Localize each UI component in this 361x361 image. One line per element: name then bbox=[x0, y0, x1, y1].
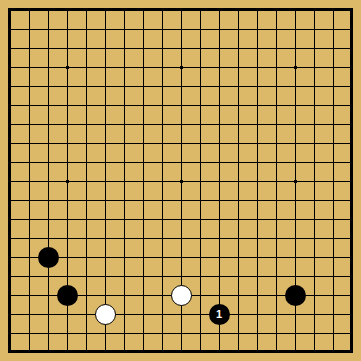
intersection-N12[interactable] bbox=[229, 134, 248, 153]
intersection-D3[interactable] bbox=[58, 305, 77, 324]
intersection-E1[interactable] bbox=[77, 343, 96, 361]
intersection-E8[interactable] bbox=[77, 210, 96, 229]
intersection-G17[interactable] bbox=[115, 39, 134, 58]
intersection-J9[interactable] bbox=[153, 191, 172, 210]
intersection-D17[interactable] bbox=[58, 39, 77, 58]
intersection-P18[interactable] bbox=[267, 20, 286, 39]
intersection-D19[interactable] bbox=[58, 1, 77, 20]
intersection-Q8[interactable] bbox=[286, 210, 305, 229]
intersection-C14[interactable] bbox=[39, 96, 58, 115]
intersection-J12[interactable] bbox=[153, 134, 172, 153]
intersection-S7[interactable] bbox=[324, 229, 343, 248]
intersection-C16[interactable] bbox=[39, 58, 58, 77]
intersection-Q15[interactable] bbox=[286, 77, 305, 96]
intersection-P16[interactable] bbox=[267, 58, 286, 77]
intersection-H13[interactable] bbox=[134, 115, 153, 134]
intersection-O3[interactable] bbox=[248, 305, 267, 324]
intersection-R2[interactable] bbox=[305, 324, 324, 343]
intersection-Q11[interactable] bbox=[286, 153, 305, 172]
intersection-C1[interactable] bbox=[39, 343, 58, 361]
intersection-B16[interactable] bbox=[20, 58, 39, 77]
intersection-E16[interactable] bbox=[77, 58, 96, 77]
intersection-D7[interactable] bbox=[58, 229, 77, 248]
intersection-N8[interactable] bbox=[229, 210, 248, 229]
intersection-A5[interactable] bbox=[1, 267, 20, 286]
intersection-G18[interactable] bbox=[115, 20, 134, 39]
intersection-S17[interactable] bbox=[324, 39, 343, 58]
intersection-B2[interactable] bbox=[20, 324, 39, 343]
intersection-B12[interactable] bbox=[20, 134, 39, 153]
intersection-K11[interactable] bbox=[172, 153, 191, 172]
intersection-K12[interactable] bbox=[172, 134, 191, 153]
intersection-L4[interactable] bbox=[191, 286, 210, 305]
intersection-F2[interactable] bbox=[96, 324, 115, 343]
intersection-L12[interactable] bbox=[191, 134, 210, 153]
intersection-E13[interactable] bbox=[77, 115, 96, 134]
intersection-Q10[interactable] bbox=[286, 172, 305, 191]
intersection-N14[interactable] bbox=[229, 96, 248, 115]
intersection-H15[interactable] bbox=[134, 77, 153, 96]
intersection-S5[interactable] bbox=[324, 267, 343, 286]
intersection-K14[interactable] bbox=[172, 96, 191, 115]
intersection-O8[interactable] bbox=[248, 210, 267, 229]
intersection-E11[interactable] bbox=[77, 153, 96, 172]
intersection-N4[interactable] bbox=[229, 286, 248, 305]
intersection-A11[interactable] bbox=[1, 153, 20, 172]
intersection-Q14[interactable] bbox=[286, 96, 305, 115]
intersection-N11[interactable] bbox=[229, 153, 248, 172]
intersection-J3[interactable] bbox=[153, 305, 172, 324]
intersection-O12[interactable] bbox=[248, 134, 267, 153]
intersection-N1[interactable] bbox=[229, 343, 248, 361]
intersection-S11[interactable] bbox=[324, 153, 343, 172]
intersection-F17[interactable] bbox=[96, 39, 115, 58]
intersection-L15[interactable] bbox=[191, 77, 210, 96]
intersection-H3[interactable] bbox=[134, 305, 153, 324]
intersection-E2[interactable] bbox=[77, 324, 96, 343]
intersection-N16[interactable] bbox=[229, 58, 248, 77]
intersection-P7[interactable] bbox=[267, 229, 286, 248]
intersection-E7[interactable] bbox=[77, 229, 96, 248]
intersection-R17[interactable] bbox=[305, 39, 324, 58]
intersection-O11[interactable] bbox=[248, 153, 267, 172]
intersection-J10[interactable] bbox=[153, 172, 172, 191]
intersection-G16[interactable] bbox=[115, 58, 134, 77]
intersection-K2[interactable] bbox=[172, 324, 191, 343]
intersection-T19[interactable] bbox=[343, 1, 361, 20]
intersection-C3[interactable] bbox=[39, 305, 58, 324]
intersection-J18[interactable] bbox=[153, 20, 172, 39]
intersection-A2[interactable] bbox=[1, 324, 20, 343]
intersection-P3[interactable] bbox=[267, 305, 286, 324]
intersection-E4[interactable] bbox=[77, 286, 96, 305]
intersection-R10[interactable] bbox=[305, 172, 324, 191]
intersection-R18[interactable] bbox=[305, 20, 324, 39]
intersection-O2[interactable] bbox=[248, 324, 267, 343]
intersection-Q18[interactable] bbox=[286, 20, 305, 39]
intersection-D13[interactable] bbox=[58, 115, 77, 134]
intersection-L3[interactable] bbox=[191, 305, 210, 324]
intersection-O6[interactable] bbox=[248, 248, 267, 267]
intersection-T17[interactable] bbox=[343, 39, 361, 58]
intersection-K19[interactable] bbox=[172, 1, 191, 20]
intersection-K10[interactable] bbox=[172, 172, 191, 191]
intersection-J19[interactable] bbox=[153, 1, 172, 20]
intersection-M6[interactable] bbox=[210, 248, 229, 267]
intersection-R13[interactable] bbox=[305, 115, 324, 134]
intersection-O14[interactable] bbox=[248, 96, 267, 115]
intersection-D5[interactable] bbox=[58, 267, 77, 286]
intersection-M4[interactable] bbox=[210, 286, 229, 305]
intersection-M7[interactable] bbox=[210, 229, 229, 248]
intersection-D4[interactable] bbox=[58, 286, 77, 305]
intersection-T13[interactable] bbox=[343, 115, 361, 134]
intersection-P15[interactable] bbox=[267, 77, 286, 96]
intersection-R4[interactable] bbox=[305, 286, 324, 305]
intersection-C5[interactable] bbox=[39, 267, 58, 286]
intersection-S4[interactable] bbox=[324, 286, 343, 305]
intersection-P2[interactable] bbox=[267, 324, 286, 343]
intersection-M5[interactable] bbox=[210, 267, 229, 286]
intersection-S6[interactable] bbox=[324, 248, 343, 267]
intersection-F16[interactable] bbox=[96, 58, 115, 77]
intersection-A3[interactable] bbox=[1, 305, 20, 324]
intersection-B3[interactable] bbox=[20, 305, 39, 324]
intersection-D12[interactable] bbox=[58, 134, 77, 153]
intersection-J16[interactable] bbox=[153, 58, 172, 77]
intersection-N2[interactable] bbox=[229, 324, 248, 343]
intersection-D11[interactable] bbox=[58, 153, 77, 172]
intersection-G3[interactable] bbox=[115, 305, 134, 324]
intersection-F12[interactable] bbox=[96, 134, 115, 153]
intersection-E10[interactable] bbox=[77, 172, 96, 191]
intersection-B14[interactable] bbox=[20, 96, 39, 115]
intersection-H7[interactable] bbox=[134, 229, 153, 248]
intersection-M17[interactable] bbox=[210, 39, 229, 58]
intersection-O4[interactable] bbox=[248, 286, 267, 305]
intersection-Q3[interactable] bbox=[286, 305, 305, 324]
white-stone-K4[interactable] bbox=[171, 285, 192, 306]
intersection-F6[interactable] bbox=[96, 248, 115, 267]
intersection-C15[interactable] bbox=[39, 77, 58, 96]
intersection-F10[interactable] bbox=[96, 172, 115, 191]
intersection-C2[interactable] bbox=[39, 324, 58, 343]
intersection-Q12[interactable] bbox=[286, 134, 305, 153]
intersection-H1[interactable] bbox=[134, 343, 153, 361]
intersection-H8[interactable] bbox=[134, 210, 153, 229]
intersection-G15[interactable] bbox=[115, 77, 134, 96]
intersection-K4[interactable] bbox=[172, 286, 191, 305]
intersection-D15[interactable] bbox=[58, 77, 77, 96]
black-stone-M3[interactable]: 1 bbox=[209, 304, 230, 325]
intersection-L10[interactable] bbox=[191, 172, 210, 191]
intersection-G9[interactable] bbox=[115, 191, 134, 210]
intersection-A4[interactable] bbox=[1, 286, 20, 305]
intersection-P1[interactable] bbox=[267, 343, 286, 361]
intersection-E17[interactable] bbox=[77, 39, 96, 58]
intersection-E19[interactable] bbox=[77, 1, 96, 20]
intersection-F4[interactable] bbox=[96, 286, 115, 305]
intersection-T9[interactable] bbox=[343, 191, 361, 210]
intersection-A13[interactable] bbox=[1, 115, 20, 134]
intersection-J1[interactable] bbox=[153, 343, 172, 361]
intersection-F15[interactable] bbox=[96, 77, 115, 96]
intersection-Q16[interactable] bbox=[286, 58, 305, 77]
intersection-L7[interactable] bbox=[191, 229, 210, 248]
intersection-E3[interactable] bbox=[77, 305, 96, 324]
intersection-T6[interactable] bbox=[343, 248, 361, 267]
intersection-H14[interactable] bbox=[134, 96, 153, 115]
intersection-B5[interactable] bbox=[20, 267, 39, 286]
intersection-O5[interactable] bbox=[248, 267, 267, 286]
intersection-M19[interactable] bbox=[210, 1, 229, 20]
intersection-B1[interactable] bbox=[20, 343, 39, 361]
intersection-S15[interactable] bbox=[324, 77, 343, 96]
intersection-F19[interactable] bbox=[96, 1, 115, 20]
intersection-C11[interactable] bbox=[39, 153, 58, 172]
intersection-M16[interactable] bbox=[210, 58, 229, 77]
intersection-G1[interactable] bbox=[115, 343, 134, 361]
intersection-D14[interactable] bbox=[58, 96, 77, 115]
intersection-H2[interactable] bbox=[134, 324, 153, 343]
intersection-G6[interactable] bbox=[115, 248, 134, 267]
intersection-J15[interactable] bbox=[153, 77, 172, 96]
intersection-H16[interactable] bbox=[134, 58, 153, 77]
intersection-T10[interactable] bbox=[343, 172, 361, 191]
intersection-B8[interactable] bbox=[20, 210, 39, 229]
intersection-R11[interactable] bbox=[305, 153, 324, 172]
intersection-O7[interactable] bbox=[248, 229, 267, 248]
intersection-B17[interactable] bbox=[20, 39, 39, 58]
intersection-L8[interactable] bbox=[191, 210, 210, 229]
intersection-P10[interactable] bbox=[267, 172, 286, 191]
intersection-G13[interactable] bbox=[115, 115, 134, 134]
intersection-K9[interactable] bbox=[172, 191, 191, 210]
intersection-K7[interactable] bbox=[172, 229, 191, 248]
intersection-C4[interactable] bbox=[39, 286, 58, 305]
intersection-A6[interactable] bbox=[1, 248, 20, 267]
intersection-R3[interactable] bbox=[305, 305, 324, 324]
intersection-Q13[interactable] bbox=[286, 115, 305, 134]
intersection-R12[interactable] bbox=[305, 134, 324, 153]
intersection-P4[interactable] bbox=[267, 286, 286, 305]
intersection-J14[interactable] bbox=[153, 96, 172, 115]
intersection-K17[interactable] bbox=[172, 39, 191, 58]
intersection-D2[interactable] bbox=[58, 324, 77, 343]
intersection-G2[interactable] bbox=[115, 324, 134, 343]
intersection-J13[interactable] bbox=[153, 115, 172, 134]
intersection-L14[interactable] bbox=[191, 96, 210, 115]
intersection-L11[interactable] bbox=[191, 153, 210, 172]
intersection-M10[interactable] bbox=[210, 172, 229, 191]
intersection-D8[interactable] bbox=[58, 210, 77, 229]
intersection-F8[interactable] bbox=[96, 210, 115, 229]
intersection-K3[interactable] bbox=[172, 305, 191, 324]
intersection-F3[interactable] bbox=[96, 305, 115, 324]
intersection-R8[interactable] bbox=[305, 210, 324, 229]
intersection-Q6[interactable] bbox=[286, 248, 305, 267]
intersection-M8[interactable] bbox=[210, 210, 229, 229]
intersection-E14[interactable] bbox=[77, 96, 96, 115]
intersection-T7[interactable] bbox=[343, 229, 361, 248]
black-stone-C6[interactable] bbox=[38, 247, 59, 268]
intersection-E15[interactable] bbox=[77, 77, 96, 96]
intersection-Q9[interactable] bbox=[286, 191, 305, 210]
intersection-Q7[interactable] bbox=[286, 229, 305, 248]
intersection-D18[interactable] bbox=[58, 20, 77, 39]
intersection-P5[interactable] bbox=[267, 267, 286, 286]
intersection-H10[interactable] bbox=[134, 172, 153, 191]
intersection-P11[interactable] bbox=[267, 153, 286, 172]
intersection-F18[interactable] bbox=[96, 20, 115, 39]
intersection-R7[interactable] bbox=[305, 229, 324, 248]
intersection-N17[interactable] bbox=[229, 39, 248, 58]
intersection-O1[interactable] bbox=[248, 343, 267, 361]
intersection-S18[interactable] bbox=[324, 20, 343, 39]
intersection-C12[interactable] bbox=[39, 134, 58, 153]
intersection-E5[interactable] bbox=[77, 267, 96, 286]
intersection-M15[interactable] bbox=[210, 77, 229, 96]
intersection-E12[interactable] bbox=[77, 134, 96, 153]
intersection-A16[interactable] bbox=[1, 58, 20, 77]
intersection-B15[interactable] bbox=[20, 77, 39, 96]
intersection-K18[interactable] bbox=[172, 20, 191, 39]
intersection-L17[interactable] bbox=[191, 39, 210, 58]
intersection-K16[interactable] bbox=[172, 58, 191, 77]
intersection-O16[interactable] bbox=[248, 58, 267, 77]
intersection-T12[interactable] bbox=[343, 134, 361, 153]
intersection-N18[interactable] bbox=[229, 20, 248, 39]
intersection-D9[interactable] bbox=[58, 191, 77, 210]
intersection-N5[interactable] bbox=[229, 267, 248, 286]
intersection-G7[interactable] bbox=[115, 229, 134, 248]
intersection-J2[interactable] bbox=[153, 324, 172, 343]
intersection-L6[interactable] bbox=[191, 248, 210, 267]
intersection-H9[interactable] bbox=[134, 191, 153, 210]
intersection-D10[interactable] bbox=[58, 172, 77, 191]
intersection-P13[interactable] bbox=[267, 115, 286, 134]
intersection-N9[interactable] bbox=[229, 191, 248, 210]
intersection-G8[interactable] bbox=[115, 210, 134, 229]
intersection-M18[interactable] bbox=[210, 20, 229, 39]
intersection-K5[interactable] bbox=[172, 267, 191, 286]
intersection-T8[interactable] bbox=[343, 210, 361, 229]
intersection-H11[interactable] bbox=[134, 153, 153, 172]
intersection-F14[interactable] bbox=[96, 96, 115, 115]
intersection-T1[interactable] bbox=[343, 343, 361, 361]
intersection-P17[interactable] bbox=[267, 39, 286, 58]
intersection-R14[interactable] bbox=[305, 96, 324, 115]
intersection-B7[interactable] bbox=[20, 229, 39, 248]
intersection-P9[interactable] bbox=[267, 191, 286, 210]
intersection-A15[interactable] bbox=[1, 77, 20, 96]
intersection-E18[interactable] bbox=[77, 20, 96, 39]
intersection-L13[interactable] bbox=[191, 115, 210, 134]
intersection-H18[interactable] bbox=[134, 20, 153, 39]
intersection-H17[interactable] bbox=[134, 39, 153, 58]
intersection-N13[interactable] bbox=[229, 115, 248, 134]
intersection-A10[interactable] bbox=[1, 172, 20, 191]
intersection-C13[interactable] bbox=[39, 115, 58, 134]
intersection-D6[interactable] bbox=[58, 248, 77, 267]
intersection-J4[interactable] bbox=[153, 286, 172, 305]
intersection-L2[interactable] bbox=[191, 324, 210, 343]
intersection-O13[interactable] bbox=[248, 115, 267, 134]
intersection-T3[interactable] bbox=[343, 305, 361, 324]
intersection-S1[interactable] bbox=[324, 343, 343, 361]
intersection-F11[interactable] bbox=[96, 153, 115, 172]
intersection-N3[interactable] bbox=[229, 305, 248, 324]
intersection-C18[interactable] bbox=[39, 20, 58, 39]
intersection-N6[interactable] bbox=[229, 248, 248, 267]
intersection-D1[interactable] bbox=[58, 343, 77, 361]
intersection-A17[interactable] bbox=[1, 39, 20, 58]
intersection-M13[interactable] bbox=[210, 115, 229, 134]
intersection-J11[interactable] bbox=[153, 153, 172, 172]
intersection-S2[interactable] bbox=[324, 324, 343, 343]
intersection-R6[interactable] bbox=[305, 248, 324, 267]
intersection-A7[interactable] bbox=[1, 229, 20, 248]
intersection-M2[interactable] bbox=[210, 324, 229, 343]
intersection-R1[interactable] bbox=[305, 343, 324, 361]
intersection-M1[interactable] bbox=[210, 343, 229, 361]
intersection-T4[interactable] bbox=[343, 286, 361, 305]
intersection-D16[interactable] bbox=[58, 58, 77, 77]
intersection-L1[interactable] bbox=[191, 343, 210, 361]
intersection-M12[interactable] bbox=[210, 134, 229, 153]
intersection-J5[interactable] bbox=[153, 267, 172, 286]
intersection-S13[interactable] bbox=[324, 115, 343, 134]
intersection-Q2[interactable] bbox=[286, 324, 305, 343]
intersection-L16[interactable] bbox=[191, 58, 210, 77]
intersection-Q4[interactable] bbox=[286, 286, 305, 305]
intersection-L9[interactable] bbox=[191, 191, 210, 210]
intersection-H5[interactable] bbox=[134, 267, 153, 286]
intersection-C7[interactable] bbox=[39, 229, 58, 248]
intersection-K1[interactable] bbox=[172, 343, 191, 361]
intersection-K13[interactable] bbox=[172, 115, 191, 134]
intersection-C17[interactable] bbox=[39, 39, 58, 58]
intersection-N15[interactable] bbox=[229, 77, 248, 96]
intersection-B18[interactable] bbox=[20, 20, 39, 39]
intersection-O15[interactable] bbox=[248, 77, 267, 96]
intersection-S19[interactable] bbox=[324, 1, 343, 20]
intersection-A14[interactable] bbox=[1, 96, 20, 115]
intersection-E9[interactable] bbox=[77, 191, 96, 210]
intersection-K6[interactable] bbox=[172, 248, 191, 267]
intersection-O10[interactable] bbox=[248, 172, 267, 191]
intersection-S14[interactable] bbox=[324, 96, 343, 115]
intersection-C8[interactable] bbox=[39, 210, 58, 229]
intersection-P12[interactable] bbox=[267, 134, 286, 153]
intersection-A1[interactable] bbox=[1, 343, 20, 361]
intersection-A12[interactable] bbox=[1, 134, 20, 153]
intersection-K15[interactable] bbox=[172, 77, 191, 96]
intersection-O9[interactable] bbox=[248, 191, 267, 210]
intersection-L5[interactable] bbox=[191, 267, 210, 286]
intersection-B10[interactable] bbox=[20, 172, 39, 191]
intersection-R9[interactable] bbox=[305, 191, 324, 210]
intersection-T5[interactable] bbox=[343, 267, 361, 286]
intersection-T18[interactable] bbox=[343, 20, 361, 39]
intersection-G11[interactable] bbox=[115, 153, 134, 172]
intersection-R5[interactable] bbox=[305, 267, 324, 286]
intersection-L18[interactable] bbox=[191, 20, 210, 39]
intersection-F13[interactable] bbox=[96, 115, 115, 134]
intersection-B11[interactable] bbox=[20, 153, 39, 172]
intersection-P6[interactable] bbox=[267, 248, 286, 267]
intersection-B19[interactable] bbox=[20, 1, 39, 20]
